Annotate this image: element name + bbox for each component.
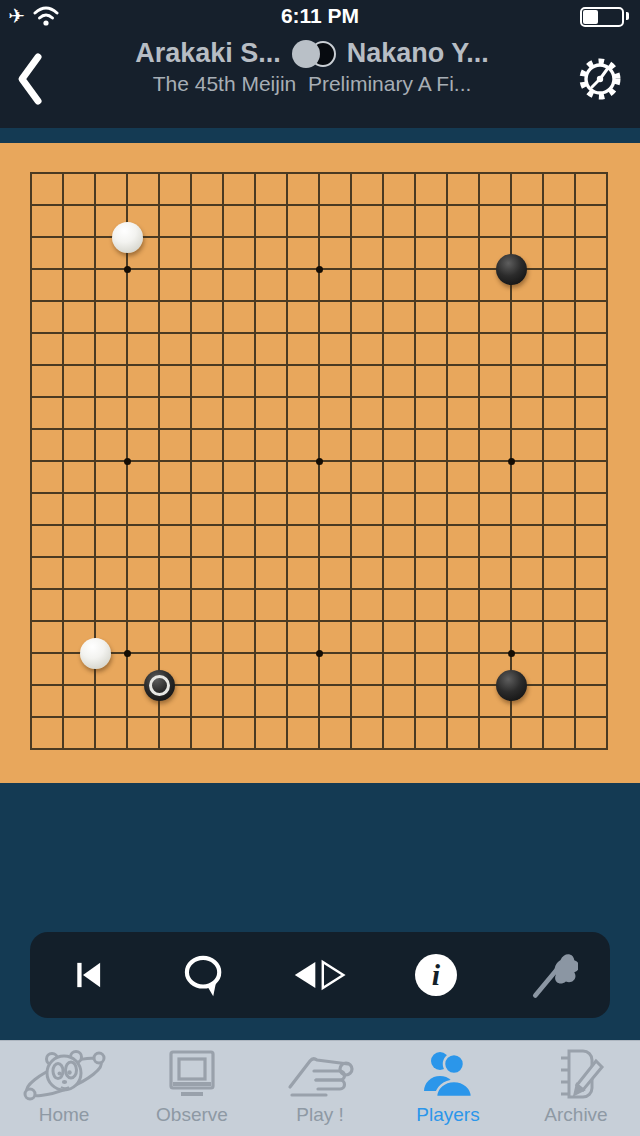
settings-button[interactable] bbox=[572, 48, 628, 110]
gear-icon bbox=[575, 54, 625, 104]
player-black-name: Nakano Y... bbox=[347, 38, 489, 69]
tab-home-label: Home bbox=[39, 1104, 90, 1126]
tab-home[interactable]: Home bbox=[0, 1041, 128, 1136]
skip-to-start-button[interactable] bbox=[53, 940, 123, 1010]
monitor-icon bbox=[160, 1046, 224, 1104]
info-button[interactable]: i bbox=[401, 940, 471, 1010]
stones-layer bbox=[15, 157, 623, 765]
star-point bbox=[316, 650, 323, 657]
stone-black-Q3 bbox=[496, 670, 527, 701]
title-block: Arakaki S... Nakano Y... The 45th Meijin… bbox=[60, 38, 564, 96]
tab-bar: Home Observe bbox=[0, 1040, 640, 1136]
header-accent-strip bbox=[0, 128, 640, 143]
tab-observe[interactable]: Observe bbox=[128, 1041, 256, 1136]
step-arrows-icon bbox=[292, 959, 348, 991]
star-point bbox=[124, 650, 131, 657]
people-icon bbox=[416, 1046, 480, 1104]
star-point bbox=[508, 458, 515, 465]
tournament-subtitle: The 45th Meijin Preliminary A Fi... bbox=[60, 72, 564, 96]
skip-to-start-icon bbox=[68, 955, 108, 995]
back-button[interactable] bbox=[12, 48, 48, 110]
star-point bbox=[316, 458, 323, 465]
stone-black-E3 bbox=[144, 670, 175, 701]
lower-panel: i bbox=[0, 783, 640, 1040]
stone-white-D17 bbox=[112, 222, 143, 253]
tab-players[interactable]: Players bbox=[384, 1041, 512, 1136]
tab-play[interactable]: Play ! bbox=[256, 1041, 384, 1136]
white-stone-icon bbox=[292, 40, 320, 68]
tab-observe-label: Observe bbox=[156, 1104, 228, 1126]
game-control-bar: i bbox=[30, 932, 610, 1018]
battery-icon bbox=[580, 7, 624, 27]
star-point bbox=[124, 266, 131, 273]
player-white-name: Arakaki S... bbox=[135, 38, 281, 69]
back-chevron-icon bbox=[16, 52, 44, 106]
tab-play-label: Play ! bbox=[296, 1104, 344, 1126]
step-back-forward-button[interactable] bbox=[285, 940, 355, 1010]
clock-time: 6:11 PM bbox=[0, 4, 640, 28]
turn-stones-toggle[interactable] bbox=[292, 40, 336, 68]
chat-bubble-icon bbox=[178, 951, 230, 999]
tab-archive-label: Archive bbox=[544, 1104, 607, 1126]
notebook-pencil-icon bbox=[544, 1046, 608, 1104]
stone-black-Q16 bbox=[496, 254, 527, 285]
app-screen: ✈ 6:11 PM Arakaki S... bbox=[0, 0, 640, 1136]
panda-icon bbox=[16, 1046, 112, 1104]
hand-icon bbox=[284, 1046, 356, 1104]
battery-fill bbox=[583, 10, 598, 24]
resign-flag-button[interactable] bbox=[517, 940, 587, 1010]
go-board[interactable] bbox=[0, 143, 640, 783]
tab-players-label: Players bbox=[416, 1104, 479, 1126]
resign-flag-icon bbox=[526, 947, 578, 1003]
star-point bbox=[124, 458, 131, 465]
info-icon: i bbox=[415, 954, 457, 996]
star-point bbox=[316, 266, 323, 273]
tab-archive[interactable]: Archive bbox=[512, 1041, 640, 1136]
game-header: Arakaki S... Nakano Y... The 45th Meijin… bbox=[0, 32, 640, 128]
battery-cap bbox=[626, 12, 629, 20]
chat-button[interactable] bbox=[169, 940, 239, 1010]
star-point bbox=[508, 650, 515, 657]
status-bar: ✈ 6:11 PM bbox=[0, 0, 640, 32]
stone-white-C4 bbox=[80, 638, 111, 669]
last-move-marker bbox=[149, 675, 170, 696]
